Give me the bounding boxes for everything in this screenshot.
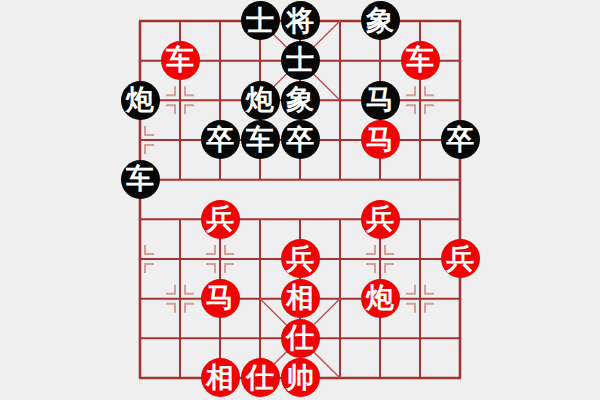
red-chariot-piece[interactable]: 车 — [401, 41, 440, 80]
red-horse-piece[interactable]: 马 — [361, 120, 400, 159]
black-cannon-piece[interactable]: 炮 — [121, 81, 160, 120]
black-chariot-piece[interactable]: 车 — [121, 160, 160, 199]
red-elephant-piece[interactable]: 相 — [201, 358, 240, 397]
black-advisor-piece[interactable]: 士 — [281, 41, 320, 80]
red-pawn-piece[interactable]: 兵 — [281, 239, 320, 278]
red-advisor-piece[interactable]: 仕 — [241, 358, 280, 397]
black-pawn-piece[interactable]: 卒 — [281, 120, 320, 159]
black-elephant-piece[interactable]: 象 — [361, 1, 400, 40]
black-elephant-piece[interactable]: 象 — [281, 81, 320, 120]
black-general-piece[interactable]: 将 — [281, 1, 320, 40]
red-pawn-piece[interactable]: 兵 — [441, 239, 480, 278]
black-advisor-piece[interactable]: 士 — [241, 1, 280, 40]
black-horse-piece[interactable]: 马 — [361, 81, 400, 120]
black-cannon-piece[interactable]: 炮 — [241, 81, 280, 120]
pieces-layer: 士将象车士车炮炮象马卒车卒马卒车兵兵兵兵马相炮仕相仕帅 — [120, 1, 480, 398]
black-pawn-piece[interactable]: 卒 — [201, 120, 240, 159]
red-advisor-piece[interactable]: 仕 — [281, 319, 320, 358]
black-chariot-piece[interactable]: 车 — [241, 120, 280, 159]
black-pawn-piece[interactable]: 卒 — [441, 120, 480, 159]
xiangqi-board: 士将象车士车炮炮象马卒车卒马卒车兵兵兵兵马相炮仕相仕帅 — [0, 0, 600, 400]
red-elephant-piece[interactable]: 相 — [281, 279, 320, 318]
red-cannon-piece[interactable]: 炮 — [361, 279, 400, 318]
red-horse-piece[interactable]: 马 — [201, 279, 240, 318]
red-pawn-piece[interactable]: 兵 — [361, 200, 400, 239]
red-general-piece[interactable]: 帅 — [281, 358, 320, 397]
red-chariot-piece[interactable]: 车 — [161, 41, 200, 80]
red-pawn-piece[interactable]: 兵 — [201, 200, 240, 239]
